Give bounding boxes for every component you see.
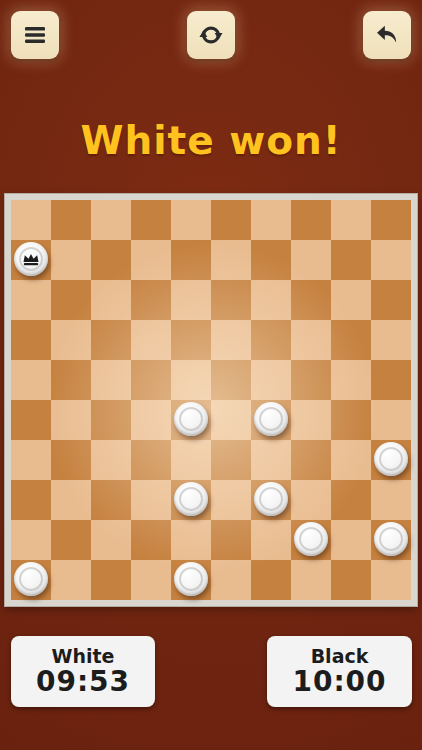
board-square[interactable] (51, 240, 91, 280)
white-man-piece[interactable] (174, 562, 208, 596)
white-man-piece[interactable] (294, 522, 328, 556)
king-crown-icon (21, 251, 41, 267)
board-square[interactable] (11, 240, 51, 280)
board-square[interactable] (51, 480, 91, 520)
board-square[interactable] (331, 440, 371, 480)
board-square[interactable] (171, 560, 211, 600)
board-square[interactable] (251, 520, 291, 560)
top-toolbar (0, 11, 422, 59)
board-square[interactable] (291, 400, 331, 440)
board-square[interactable] (331, 400, 371, 440)
board-square[interactable] (171, 440, 211, 480)
board-square[interactable] (251, 280, 291, 320)
board-square[interactable] (291, 480, 331, 520)
white-clock-time: 09:53 (36, 667, 130, 698)
board-square[interactable] (91, 400, 131, 440)
undo-button[interactable] (363, 11, 411, 59)
board-square[interactable] (131, 440, 171, 480)
undo-arrow-icon (374, 22, 400, 48)
board-square[interactable] (371, 440, 411, 480)
board-square[interactable] (371, 280, 411, 320)
board-square[interactable] (331, 560, 371, 600)
board-square[interactable] (211, 280, 251, 320)
board-square[interactable] (131, 240, 171, 280)
board-square[interactable] (371, 360, 411, 400)
board-square[interactable] (211, 480, 251, 520)
board-square[interactable] (251, 320, 291, 360)
board-square[interactable] (131, 200, 171, 240)
white-man-piece[interactable] (254, 402, 288, 436)
board-square[interactable] (131, 280, 171, 320)
board-square[interactable] (211, 360, 251, 400)
board-square[interactable] (11, 480, 51, 520)
board-square[interactable] (291, 360, 331, 400)
board-square[interactable] (11, 360, 51, 400)
board-square[interactable] (11, 200, 51, 240)
white-man-piece[interactable] (174, 482, 208, 516)
board-square[interactable] (291, 200, 331, 240)
board-square[interactable] (211, 240, 251, 280)
board-square[interactable] (51, 520, 91, 560)
board-square[interactable] (91, 280, 131, 320)
board-square[interactable] (51, 200, 91, 240)
board-square[interactable] (91, 520, 131, 560)
board-square[interactable] (251, 360, 291, 400)
board-square[interactable] (51, 400, 91, 440)
board-square[interactable] (331, 480, 371, 520)
board-square[interactable] (331, 200, 371, 240)
board-square[interactable] (91, 480, 131, 520)
board-square[interactable] (91, 240, 131, 280)
board-square[interactable] (11, 520, 51, 560)
board-square[interactable] (171, 400, 211, 440)
board-square[interactable] (251, 200, 291, 240)
board-square[interactable] (291, 320, 331, 360)
board-square[interactable] (171, 240, 211, 280)
board-square[interactable] (251, 480, 291, 520)
board-square[interactable] (131, 480, 171, 520)
board-square[interactable] (171, 320, 211, 360)
board-square[interactable] (371, 520, 411, 560)
black-clock-label: Black (311, 646, 369, 667)
board-square[interactable] (331, 320, 371, 360)
board-square[interactable] (51, 360, 91, 400)
board-square[interactable] (211, 440, 251, 480)
board-square[interactable] (371, 400, 411, 440)
checkers-app: White won! White 09:53 Black 10:00 (0, 0, 422, 750)
hamburger-menu-icon (22, 22, 48, 48)
white-clock: White 09:53 (11, 636, 155, 707)
board-square[interactable] (211, 200, 251, 240)
board-square[interactable] (51, 440, 91, 480)
board-square[interactable] (371, 480, 411, 520)
board-square[interactable] (131, 320, 171, 360)
white-man-piece[interactable] (174, 402, 208, 436)
board-square[interactable] (291, 240, 331, 280)
board-square[interactable] (331, 360, 371, 400)
board-square[interactable] (51, 560, 91, 600)
board-square[interactable] (91, 440, 131, 480)
board-square[interactable] (291, 280, 331, 320)
board-square[interactable] (11, 440, 51, 480)
result-banner: White won! (0, 118, 422, 163)
board-square[interactable] (91, 360, 131, 400)
board-square[interactable] (51, 320, 91, 360)
board-square[interactable] (131, 360, 171, 400)
board-square[interactable] (11, 280, 51, 320)
board-square[interactable] (171, 200, 211, 240)
white-king-piece[interactable] (14, 242, 48, 276)
refresh-icon (198, 22, 224, 48)
menu-button[interactable] (11, 11, 59, 59)
board-square[interactable] (11, 320, 51, 360)
board-square[interactable] (91, 560, 131, 600)
checkers-board (5, 194, 417, 606)
board-grid (11, 200, 411, 600)
white-man-piece[interactable] (374, 442, 408, 476)
board-square[interactable] (331, 280, 371, 320)
board-square[interactable] (331, 240, 371, 280)
board-square[interactable] (11, 560, 51, 600)
board-square[interactable] (211, 520, 251, 560)
black-clock: Black 10:00 (267, 636, 412, 707)
restart-button[interactable] (187, 11, 235, 59)
board-square[interactable] (291, 560, 331, 600)
white-man-piece[interactable] (374, 522, 408, 556)
board-square[interactable] (251, 240, 291, 280)
board-square[interactable] (171, 480, 211, 520)
board-square[interactable] (291, 440, 331, 480)
board-square[interactable] (171, 360, 211, 400)
white-man-piece[interactable] (254, 482, 288, 516)
white-man-piece[interactable] (14, 562, 48, 596)
board-square[interactable] (211, 560, 251, 600)
board-square[interactable] (171, 280, 211, 320)
board-square[interactable] (251, 440, 291, 480)
black-clock-time: 10:00 (292, 667, 386, 698)
board-square[interactable] (211, 400, 251, 440)
board-square[interactable] (291, 520, 331, 560)
board-square[interactable] (131, 400, 171, 440)
board-square[interactable] (91, 320, 131, 360)
board-square[interactable] (211, 320, 251, 360)
board-square[interactable] (371, 560, 411, 600)
board-square[interactable] (51, 280, 91, 320)
board-square[interactable] (91, 200, 131, 240)
board-square[interactable] (131, 560, 171, 600)
board-square[interactable] (371, 240, 411, 280)
white-clock-label: White (52, 646, 115, 667)
board-square[interactable] (171, 520, 211, 560)
board-square[interactable] (371, 320, 411, 360)
board-square[interactable] (251, 560, 291, 600)
board-square[interactable] (11, 400, 51, 440)
board-square[interactable] (331, 520, 371, 560)
board-square[interactable] (131, 520, 171, 560)
board-square[interactable] (251, 400, 291, 440)
board-square[interactable] (371, 200, 411, 240)
